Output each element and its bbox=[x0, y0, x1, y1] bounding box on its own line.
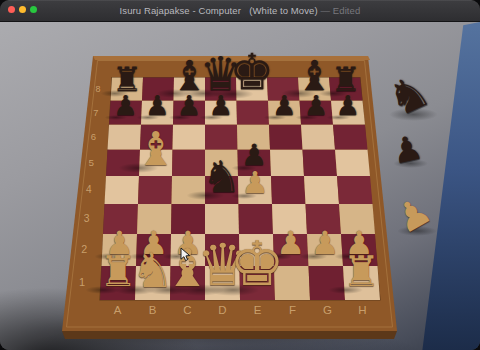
square-f5[interactable] bbox=[270, 150, 304, 177]
rank-label-1: 1 bbox=[79, 276, 85, 288]
file-label-d: D bbox=[218, 304, 226, 316]
mouse-cursor-icon bbox=[180, 247, 194, 267]
square-g5[interactable] bbox=[303, 150, 338, 177]
square-d6[interactable] bbox=[205, 125, 238, 150]
piece-white-bishop-b5[interactable]: ♝ bbox=[135, 126, 176, 172]
square-b4[interactable] bbox=[138, 176, 172, 204]
square-a4[interactable] bbox=[105, 176, 140, 204]
square-f4[interactable] bbox=[271, 176, 306, 204]
rank-label-6: 6 bbox=[91, 131, 96, 142]
square-c5[interactable] bbox=[172, 150, 205, 177]
piece-white-king-e1[interactable]: ♚ bbox=[229, 233, 285, 295]
piece-black-pawn-c7[interactable]: ♟ bbox=[177, 92, 202, 119]
rank-label-3: 3 bbox=[84, 213, 90, 224]
piece-black-pawn-h7[interactable]: ♟ bbox=[336, 92, 361, 119]
file-label-g: G bbox=[323, 304, 332, 316]
minimize-button[interactable] bbox=[19, 6, 26, 13]
zoom-button[interactable] bbox=[30, 6, 37, 13]
piece-white-pawn-e4[interactable]: ♟ bbox=[241, 168, 268, 198]
piece-black-pawn-d7[interactable]: ♟ bbox=[209, 92, 234, 119]
rank-label-7: 7 bbox=[93, 108, 98, 118]
file-label-b: B bbox=[149, 304, 157, 316]
window-title-edited: — Edited bbox=[318, 5, 361, 16]
square-g4[interactable] bbox=[304, 176, 339, 204]
square-g1[interactable] bbox=[309, 266, 346, 300]
piece-black-pawn-g7[interactable]: ♟ bbox=[304, 92, 329, 119]
window-title-text: Isuru Rajapakse - Computer (White to Mov… bbox=[120, 5, 318, 16]
square-g6[interactable] bbox=[301, 125, 335, 150]
file-label-a: A bbox=[114, 304, 122, 316]
rank-label-4: 4 bbox=[86, 184, 92, 195]
board-frame-front-face bbox=[62, 331, 397, 339]
close-button[interactable] bbox=[8, 6, 15, 13]
square-f6[interactable] bbox=[269, 125, 303, 150]
square-h5[interactable] bbox=[335, 150, 370, 177]
piece-black-pawn-a7[interactable]: ♟ bbox=[113, 92, 138, 119]
piece-black-king-e8[interactable]: ♚ bbox=[230, 48, 275, 98]
window-title: Isuru Rajapakse - Computer (White to Mov… bbox=[120, 5, 361, 16]
square-h6[interactable] bbox=[333, 125, 368, 150]
traffic-lights bbox=[8, 6, 37, 13]
rank-label-5: 5 bbox=[88, 157, 94, 168]
file-label-c: C bbox=[183, 304, 191, 316]
piece-white-pawn-g2[interactable]: ♟ bbox=[311, 227, 340, 259]
file-label-e: E bbox=[254, 304, 262, 316]
square-e7[interactable] bbox=[237, 101, 270, 125]
square-h4[interactable] bbox=[337, 176, 373, 204]
rank-label-2: 2 bbox=[81, 243, 87, 255]
piece-black-pawn-f7[interactable]: ♟ bbox=[272, 92, 297, 119]
file-label-f: F bbox=[289, 304, 296, 316]
file-label-h: H bbox=[358, 304, 366, 316]
window-titlebar[interactable]: Isuru Rajapakse - Computer (White to Mov… bbox=[0, 0, 480, 22]
piece-white-rook-h1[interactable]: ♜ bbox=[343, 251, 381, 293]
piece-black-knight-d4[interactable]: ♞ bbox=[202, 155, 241, 199]
chess-app-window: 12345678ABCDEFGH ♜♝♛♚♝♜♟♟♟♟♟♟♟♟♞♝♟♟♟♟♟♟♟… bbox=[0, 0, 480, 350]
square-c6[interactable] bbox=[173, 125, 206, 150]
piece-black-pawn-b7[interactable]: ♟ bbox=[145, 92, 170, 119]
